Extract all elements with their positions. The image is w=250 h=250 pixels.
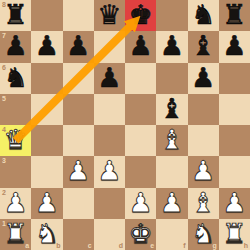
square-a7[interactable]: 7♟ (0, 31, 31, 62)
piece-black-pawn[interactable]: ♟ (66, 32, 90, 59)
piece-white-knight[interactable]: ♞ (191, 220, 215, 247)
square-f2[interactable]: ♟ (156, 188, 187, 219)
square-b3[interactable] (31, 156, 62, 187)
square-f7[interactable]: ♟ (156, 31, 187, 62)
square-h7[interactable]: ♟ (219, 31, 250, 62)
square-b1[interactable]: b♞ (31, 219, 62, 250)
square-b5[interactable] (31, 94, 62, 125)
piece-black-queen[interactable]: ♛ (97, 1, 121, 28)
piece-white-pawn[interactable]: ♟ (66, 157, 90, 184)
square-h6[interactable] (219, 63, 250, 94)
square-d3[interactable]: ♟ (94, 156, 125, 187)
square-g2[interactable]: ♝ (188, 188, 219, 219)
square-b2[interactable]: ♟ (31, 188, 62, 219)
square-g1[interactable]: g♞ (188, 219, 219, 250)
piece-black-pawn[interactable]: ♟ (160, 32, 184, 59)
file-label-d: d (119, 242, 123, 249)
piece-white-pawn[interactable]: ♟ (222, 189, 246, 216)
piece-white-king[interactable]: ♚ (129, 220, 153, 247)
square-d6[interactable]: ♟ (94, 63, 125, 94)
chess-board-container: 8♜♛♚♞♜7♟♟♟♟♟♝♟6♞♟♟5♝4♛♝3♟♟♟2♟♟♟♟♝♟1a♜b♞c… (0, 0, 250, 250)
square-a2[interactable]: 2♟ (0, 188, 31, 219)
square-e1[interactable]: e♚ (125, 219, 156, 250)
square-g4[interactable] (188, 125, 219, 156)
square-c6[interactable] (63, 63, 94, 94)
piece-white-bishop[interactable]: ♝ (191, 189, 215, 216)
square-f8[interactable] (156, 0, 187, 31)
square-h8[interactable]: ♜ (219, 0, 250, 31)
piece-black-bishop[interactable]: ♝ (191, 32, 215, 59)
piece-white-pawn[interactable]: ♟ (97, 157, 121, 184)
square-e8[interactable]: ♚ (125, 0, 156, 31)
piece-black-knight[interactable]: ♞ (4, 64, 28, 91)
square-d7[interactable] (94, 31, 125, 62)
piece-black-pawn[interactable]: ♟ (35, 32, 59, 59)
piece-black-pawn[interactable]: ♟ (222, 32, 246, 59)
piece-white-pawn[interactable]: ♟ (191, 157, 215, 184)
piece-white-queen[interactable]: ♛ (4, 126, 28, 153)
square-f5[interactable]: ♝ (156, 94, 187, 125)
chess-board: 8♜♛♚♞♜7♟♟♟♟♟♝♟6♞♟♟5♝4♛♝3♟♟♟2♟♟♟♟♝♟1a♜b♞c… (0, 0, 250, 250)
square-g5[interactable] (188, 94, 219, 125)
piece-black-bishop[interactable]: ♝ (160, 95, 184, 122)
square-b7[interactable]: ♟ (31, 31, 62, 62)
square-e2[interactable]: ♟ (125, 188, 156, 219)
piece-white-pawn[interactable]: ♟ (129, 189, 153, 216)
piece-white-bishop[interactable]: ♝ (160, 126, 184, 153)
square-e4[interactable] (125, 125, 156, 156)
square-g7[interactable]: ♝ (188, 31, 219, 62)
piece-white-rook[interactable]: ♜ (4, 220, 28, 247)
square-h2[interactable]: ♟ (219, 188, 250, 219)
square-e6[interactable] (125, 63, 156, 94)
square-a5[interactable]: 5 (0, 94, 31, 125)
square-f1[interactable]: f (156, 219, 187, 250)
piece-black-knight[interactable]: ♞ (191, 1, 215, 28)
square-h5[interactable] (219, 94, 250, 125)
square-h4[interactable] (219, 125, 250, 156)
square-d4[interactable] (94, 125, 125, 156)
piece-black-king[interactable]: ♚ (129, 1, 153, 28)
piece-white-pawn[interactable]: ♟ (160, 189, 184, 216)
square-a6[interactable]: 6♞ (0, 63, 31, 94)
square-g6[interactable]: ♟ (188, 63, 219, 94)
square-h3[interactable] (219, 156, 250, 187)
square-c1[interactable]: c (63, 219, 94, 250)
square-g8[interactable]: ♞ (188, 0, 219, 31)
file-label-f: f (183, 242, 185, 249)
square-g3[interactable]: ♟ (188, 156, 219, 187)
piece-white-knight[interactable]: ♞ (35, 220, 59, 247)
rank-label-5: 5 (2, 95, 6, 102)
file-label-c: c (88, 242, 92, 249)
piece-black-pawn[interactable]: ♟ (129, 32, 153, 59)
square-b4[interactable] (31, 125, 62, 156)
square-d2[interactable] (94, 188, 125, 219)
rank-label-3: 3 (2, 157, 6, 164)
square-d8[interactable]: ♛ (94, 0, 125, 31)
square-c5[interactable] (63, 94, 94, 125)
square-f4[interactable]: ♝ (156, 125, 187, 156)
square-f6[interactable] (156, 63, 187, 94)
square-c2[interactable] (63, 188, 94, 219)
square-e5[interactable] (125, 94, 156, 125)
piece-black-pawn[interactable]: ♟ (97, 64, 121, 91)
square-a4[interactable]: 4♛ (0, 125, 31, 156)
square-b6[interactable] (31, 63, 62, 94)
square-a8[interactable]: 8♜ (0, 0, 31, 31)
piece-black-rook[interactable]: ♜ (222, 1, 246, 28)
square-a1[interactable]: 1a♜ (0, 219, 31, 250)
piece-white-pawn[interactable]: ♟ (35, 189, 59, 216)
square-c3[interactable]: ♟ (63, 156, 94, 187)
piece-black-pawn[interactable]: ♟ (4, 32, 28, 59)
square-c8[interactable] (63, 0, 94, 31)
square-h1[interactable]: h♜ (219, 219, 250, 250)
square-e7[interactable]: ♟ (125, 31, 156, 62)
piece-black-pawn[interactable]: ♟ (191, 64, 215, 91)
square-c4[interactable] (63, 125, 94, 156)
square-b8[interactable] (31, 0, 62, 31)
square-a3[interactable]: 3 (0, 156, 31, 187)
square-f3[interactable] (156, 156, 187, 187)
square-d5[interactable] (94, 94, 125, 125)
piece-white-pawn[interactable]: ♟ (4, 189, 28, 216)
piece-white-rook[interactable]: ♜ (222, 220, 246, 247)
square-c7[interactable]: ♟ (63, 31, 94, 62)
square-d1[interactable]: d (94, 219, 125, 250)
piece-black-rook[interactable]: ♜ (4, 1, 28, 28)
square-e3[interactable] (125, 156, 156, 187)
